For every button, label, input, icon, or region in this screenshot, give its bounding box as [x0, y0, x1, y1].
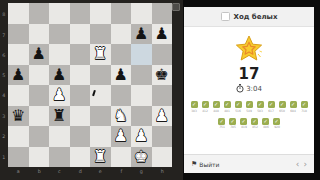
puzzle-rush-panel: Ход белых 17 3:04 ✓383✓412✓448✓481✓516✓5… [184, 7, 314, 173]
square-a4[interactable] [8, 85, 29, 106]
white-rook-e6[interactable]: ♜ [90, 44, 111, 65]
square-h6[interactable] [152, 44, 173, 65]
file-label-b: b [31, 168, 47, 174]
solved-puzzle-checkbox: ✓886 [262, 118, 269, 133]
file-label-f: f [113, 168, 129, 174]
black-pawn-h7[interactable]: ♟ [152, 24, 173, 45]
square-b7[interactable] [29, 24, 50, 45]
puzzle-rating: 819 [240, 125, 247, 129]
square-c5[interactable]: ♟ [49, 65, 70, 86]
square-a5[interactable]: ♟ [8, 65, 29, 86]
black-pawn-b6[interactable]: ♟ [29, 44, 50, 65]
square-g6[interactable] [131, 44, 152, 65]
solved-puzzle-checkbox: ✓383 [191, 101, 198, 116]
square-a8[interactable] [8, 3, 29, 24]
solved-puzzle-checkbox: ✓549 [246, 101, 253, 116]
stopwatch-icon [236, 84, 244, 93]
check-icon: ✓ [273, 118, 280, 125]
solved-puzzle-checkbox: ✓448 [213, 101, 220, 116]
check-icon: ✓ [191, 101, 198, 108]
check-icon: ✓ [251, 118, 258, 125]
file-labels: abcdefgh [8, 167, 172, 177]
rank-label-1: 1 [1, 154, 7, 160]
square-g1[interactable]: ♚ [131, 147, 152, 168]
square-h4[interactable] [152, 85, 173, 106]
square-d2[interactable] [70, 126, 91, 147]
white-pawn-g2[interactable]: ♟ [131, 126, 152, 147]
square-f7[interactable] [111, 24, 132, 45]
check-icon: ✓ [279, 101, 286, 108]
square-e5[interactable] [90, 65, 111, 86]
solved-puzzle-checkbox: ✓583 [257, 101, 264, 116]
square-a3[interactable]: ♛ [8, 106, 29, 127]
file-label-h: h [154, 168, 170, 174]
rank-label-5: 5 [1, 72, 7, 78]
puzzle-rating: 617 [268, 109, 275, 113]
puzzle-rating: 549 [246, 109, 253, 113]
file-label-e: e [92, 168, 108, 174]
square-g4[interactable] [131, 85, 152, 106]
square-c8[interactable] [49, 3, 70, 24]
score-count: 17 [239, 66, 260, 82]
check-icon: ✓ [224, 101, 231, 108]
file-label-c: c [51, 168, 67, 174]
square-e8[interactable] [90, 3, 111, 24]
puzzle-rating: 920 [273, 125, 280, 129]
puzzle-rating: 448 [213, 109, 220, 113]
solved-puzzle-checkbox: ✓718 [301, 101, 308, 116]
square-d1[interactable] [70, 147, 91, 168]
square-h7[interactable]: ♟ [152, 24, 173, 45]
square-e1[interactable]: ♜ [90, 147, 111, 168]
square-f3[interactable]: ♞ [111, 106, 132, 127]
square-d5[interactable] [70, 65, 91, 86]
puzzle-rating: 650 [279, 109, 286, 113]
square-h1[interactable] [152, 147, 173, 168]
check-icon: ✓ [229, 118, 236, 125]
check-icon: ✓ [257, 101, 264, 108]
rank-label-7: 7 [1, 31, 7, 37]
rank-label-4: 4 [1, 93, 7, 99]
panel-footer: ⚑ Выйти ‹ › [184, 154, 314, 173]
puzzle-rating: 785 [229, 125, 236, 129]
turn-indicator-bar: Ход белых [184, 7, 314, 27]
move-nav: ‹ › [296, 159, 307, 169]
square-a6[interactable] [8, 44, 29, 65]
exit-button[interactable]: ⚑ Выйти [191, 160, 219, 168]
square-e2[interactable] [90, 126, 111, 147]
square-c6[interactable] [49, 44, 70, 65]
puzzle-rating: 886 [262, 125, 269, 129]
white-rook-e1[interactable]: ♜ [90, 147, 111, 168]
square-h5[interactable]: ♚ [152, 65, 173, 86]
next-move-button[interactable]: › [303, 159, 307, 169]
rank-label-2: 2 [1, 134, 7, 140]
chess-board[interactable]: ♟♟♟♜♟♟♟♚♟♛♜♞♟♟♟♜♚ [8, 3, 172, 167]
square-b8[interactable] [29, 3, 50, 24]
white-knight-f3[interactable]: ♞ [111, 106, 132, 127]
square-d7[interactable] [70, 24, 91, 45]
rank-label-3: 3 [1, 113, 7, 119]
square-f1[interactable] [111, 147, 132, 168]
check-icon: ✓ [268, 101, 275, 108]
solved-puzzle-checkbox: ✓481 [224, 101, 231, 116]
turn-indicator-label: Ход белых [234, 13, 278, 21]
square-b5[interactable] [29, 65, 50, 86]
puzzle-rating: 412 [202, 109, 209, 113]
puzzle-rating: 684 [290, 109, 297, 113]
timer-value: 3:04 [246, 85, 262, 93]
exit-label: Выйти [199, 161, 219, 168]
square-h8[interactable] [152, 3, 173, 24]
check-icon: ✓ [235, 101, 242, 108]
puzzle-rating: 583 [257, 109, 264, 113]
square-f2[interactable]: ♟ [111, 126, 132, 147]
black-rook-c3[interactable]: ♜ [49, 106, 70, 127]
puzzle-rating: 751 [218, 125, 225, 129]
chess-board-frame: 87654321 abcdefgh ♟♟♟♜♟♟♟♚♟♛♜♞♟♟♟♜♚ [0, 0, 183, 180]
black-pawn-f5[interactable]: ♟ [111, 65, 132, 86]
file-label-g: g [133, 168, 149, 174]
square-d8[interactable] [70, 3, 91, 24]
square-e3[interactable] [90, 106, 111, 127]
rank-label-6: 6 [1, 52, 7, 58]
rank-label-8: 8 [1, 11, 7, 17]
square-d4[interactable] [70, 85, 91, 106]
black-pawn-g7[interactable]: ♟ [131, 24, 152, 45]
square-b2[interactable] [29, 126, 50, 147]
square-g3[interactable] [131, 106, 152, 127]
square-d6[interactable] [70, 44, 91, 65]
puzzle-rating: 481 [224, 109, 231, 113]
check-icon: ✓ [240, 118, 247, 125]
square-a7[interactable] [8, 24, 29, 45]
check-icon: ✓ [246, 101, 253, 108]
square-c3[interactable]: ♜ [49, 106, 70, 127]
square-h3[interactable]: ♟ [152, 106, 173, 127]
board-settings-icon[interactable] [172, 3, 180, 11]
white-pawn-f2[interactable]: ♟ [111, 126, 132, 147]
square-c4[interactable]: ♟ [49, 85, 70, 106]
square-g7[interactable]: ♟ [131, 24, 152, 45]
black-pawn-c5[interactable]: ♟ [49, 65, 70, 86]
black-pawn-a5[interactable]: ♟ [8, 65, 29, 86]
file-label-a: a [10, 168, 26, 174]
check-icon: ✓ [290, 101, 297, 108]
prev-move-button[interactable]: ‹ [296, 159, 300, 169]
file-label-d: d [72, 168, 88, 174]
square-f4[interactable] [111, 85, 132, 106]
check-icon: ✓ [301, 101, 308, 108]
check-icon: ✓ [262, 118, 269, 125]
square-g8[interactable] [131, 3, 152, 24]
timer: 3:04 [236, 84, 262, 93]
puzzle-rating: 516 [235, 109, 242, 113]
square-d3[interactable] [70, 106, 91, 127]
puzzle-rating: 852 [251, 125, 258, 129]
square-c7[interactable] [49, 24, 70, 45]
check-icon: ✓ [218, 118, 225, 125]
square-c2[interactable] [49, 126, 70, 147]
square-g5[interactable] [131, 65, 152, 86]
square-b6[interactable]: ♟ [29, 44, 50, 65]
check-icon: ✓ [213, 101, 220, 108]
square-e7[interactable] [90, 24, 111, 45]
square-e6[interactable]: ♜ [90, 44, 111, 65]
white-pawn-h3[interactable]: ♟ [152, 106, 173, 127]
black-queen-a3[interactable]: ♛ [8, 106, 29, 127]
rank-labels: 87654321 [0, 3, 8, 167]
square-b4[interactable] [29, 85, 50, 106]
square-a1[interactable] [8, 147, 29, 168]
solved-puzzle-checkbox: ✓819 [240, 118, 247, 133]
solved-puzzle-checkbox: ✓852 [251, 118, 258, 133]
square-f8[interactable] [111, 3, 132, 24]
square-h2[interactable] [152, 126, 173, 147]
white-king-g1[interactable]: ♚ [131, 147, 152, 168]
star-icon [234, 33, 264, 65]
solved-puzzle-checkbox: ✓920 [273, 118, 280, 133]
square-b3[interactable] [29, 106, 50, 127]
solved-puzzle-checkbox: ✓650 [279, 101, 286, 116]
puzzle-rating: 383 [191, 109, 198, 113]
solved-puzzle-checkbox: ✓412 [202, 101, 209, 116]
solved-puzzle-checkbox: ✓617 [268, 101, 275, 116]
solved-puzzle-checkbox: ✓516 [235, 101, 242, 116]
square-f5[interactable]: ♟ [111, 65, 132, 86]
solved-puzzle-checkbox: ✓751 [218, 118, 225, 133]
square-b1[interactable] [29, 147, 50, 168]
solved-puzzle-checkbox: ✓684 [290, 101, 297, 116]
solved-puzzle-checkbox: ✓785 [229, 118, 236, 133]
puzzle-rating: 718 [301, 109, 308, 113]
check-icon: ✓ [202, 101, 209, 108]
square-f6[interactable] [111, 44, 132, 65]
square-g2[interactable]: ♟ [131, 126, 152, 147]
black-king-h5[interactable]: ♚ [152, 65, 173, 86]
flag-icon: ⚑ [191, 160, 197, 168]
white-to-move-icon [221, 12, 230, 21]
square-a2[interactable] [8, 126, 29, 147]
square-c1[interactable] [49, 147, 70, 168]
solved-puzzles-grid: ✓383✓412✓448✓481✓516✓549✓583✓617✓650✓684… [184, 101, 314, 132]
white-pawn-c4[interactable]: ♟ [49, 85, 70, 106]
